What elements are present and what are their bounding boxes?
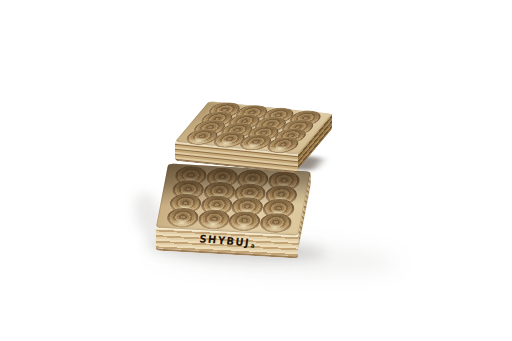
cell-bottom-r4c2 xyxy=(197,212,231,228)
cell-bottom-r4c4 xyxy=(259,215,293,231)
brand-suffix: a xyxy=(250,241,255,248)
cell-bottom-r4c3 xyxy=(228,213,262,229)
product-photo-stage: SHYBUJa xyxy=(0,0,512,341)
bottom-board-surface xyxy=(156,164,311,236)
bottom-board-hole-grid xyxy=(156,164,311,236)
brand-text: SHYBUJ xyxy=(199,232,251,248)
hole-bottom-r4c3-empty xyxy=(227,210,262,231)
hole-bottom-r4c1-empty xyxy=(165,207,200,228)
brand-logo-text: SHYBUJa xyxy=(199,232,256,249)
hole-bottom-r4c2-empty xyxy=(196,209,231,230)
cell-bottom-r4c1 xyxy=(166,210,200,226)
hole-bottom-r4c4-empty xyxy=(258,212,293,233)
cell-top-r4c4 xyxy=(266,139,300,151)
